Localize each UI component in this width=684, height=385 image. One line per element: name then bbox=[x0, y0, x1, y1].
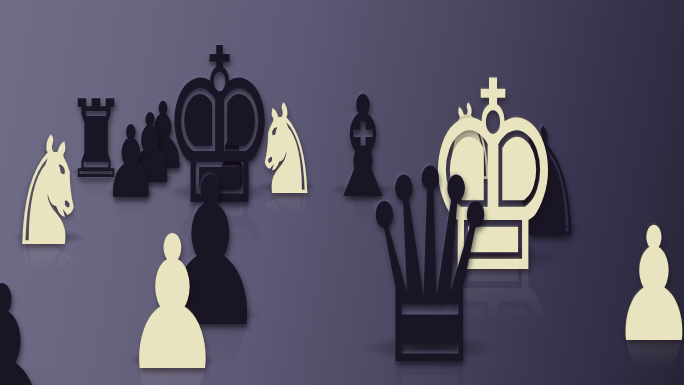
piece-white-pawn-h4[interactable]: ♟ bbox=[607, 206, 684, 364]
piece-white-pawn-d4[interactable]: ♟ bbox=[117, 212, 228, 385]
pieces-layer: ♜♜♟♟♟♟♟♟♞♞♚♚♟♟♞♞♝♝♞♞♚♚♞♞♛♛♟♟♟♟♟♟♟♟ bbox=[0, 0, 684, 385]
piece-black-queen-f4[interactable]: ♛ bbox=[350, 134, 511, 385]
piece-black-pawn-a3[interactable]: ♟ bbox=[0, 260, 62, 385]
chess-photo-stage: ♜♜♟♟♟♟♟♟♞♞♚♚♟♟♞♞♝♝♞♞♚♚♞♞♛♛♟♟♟♟♟♟♟♟ bbox=[0, 0, 684, 385]
